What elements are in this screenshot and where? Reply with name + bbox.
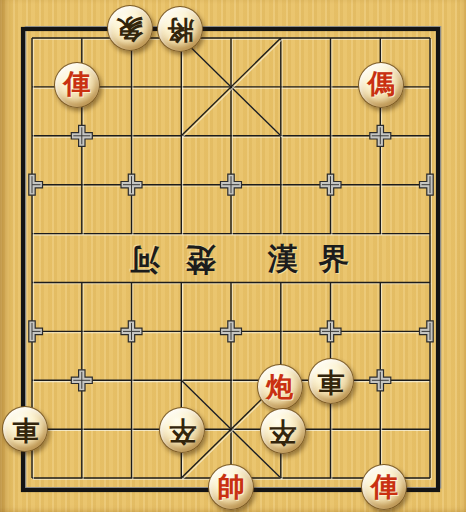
star-marker [370,370,391,391]
black-elephant[interactable]: 象 [107,5,153,51]
star-marker [370,125,391,146]
piece-glyph: 卒 [269,418,296,445]
red-horse[interactable]: 傌 [358,62,404,108]
red-general[interactable]: 帥 [208,464,254,510]
piece-glyph: 俥 [63,71,90,98]
red-chariot-1[interactable]: 俥 [54,62,100,108]
star-marker [29,174,43,195]
piece-glyph: 炮 [266,374,293,401]
star-marker [121,174,142,195]
piece-glyph: 車 [12,416,39,443]
star-marker [121,321,142,342]
star-marker [420,321,434,342]
star-marker [221,321,242,342]
piece-glyph: 俥 [371,474,398,501]
star-marker [71,125,92,146]
red-chariot-2[interactable]: 俥 [361,464,407,510]
star-marker [320,321,341,342]
piece-glyph: 卒 [169,417,196,444]
piece-glyph: 象 [116,15,143,42]
piece-glyph: 帥 [218,474,245,501]
xiangqi-board[interactable]: 楚河 漢界 象將俥傌炮車車卒卒帥俥 [0,0,466,512]
black-soldier-2[interactable]: 卒 [260,408,306,454]
black-chariot-2[interactable]: 車 [2,406,48,452]
star-marker [29,321,43,342]
star-marker [320,174,341,195]
star-marker [221,174,242,195]
star-marker [71,370,92,391]
red-cannon[interactable]: 炮 [257,364,303,410]
piece-glyph: 車 [317,368,344,395]
star-marker [420,174,434,195]
piece-glyph: 將 [167,16,194,43]
piece-glyph: 傌 [368,71,395,98]
black-chariot-1[interactable]: 車 [308,358,354,404]
black-general[interactable]: 將 [157,6,203,52]
